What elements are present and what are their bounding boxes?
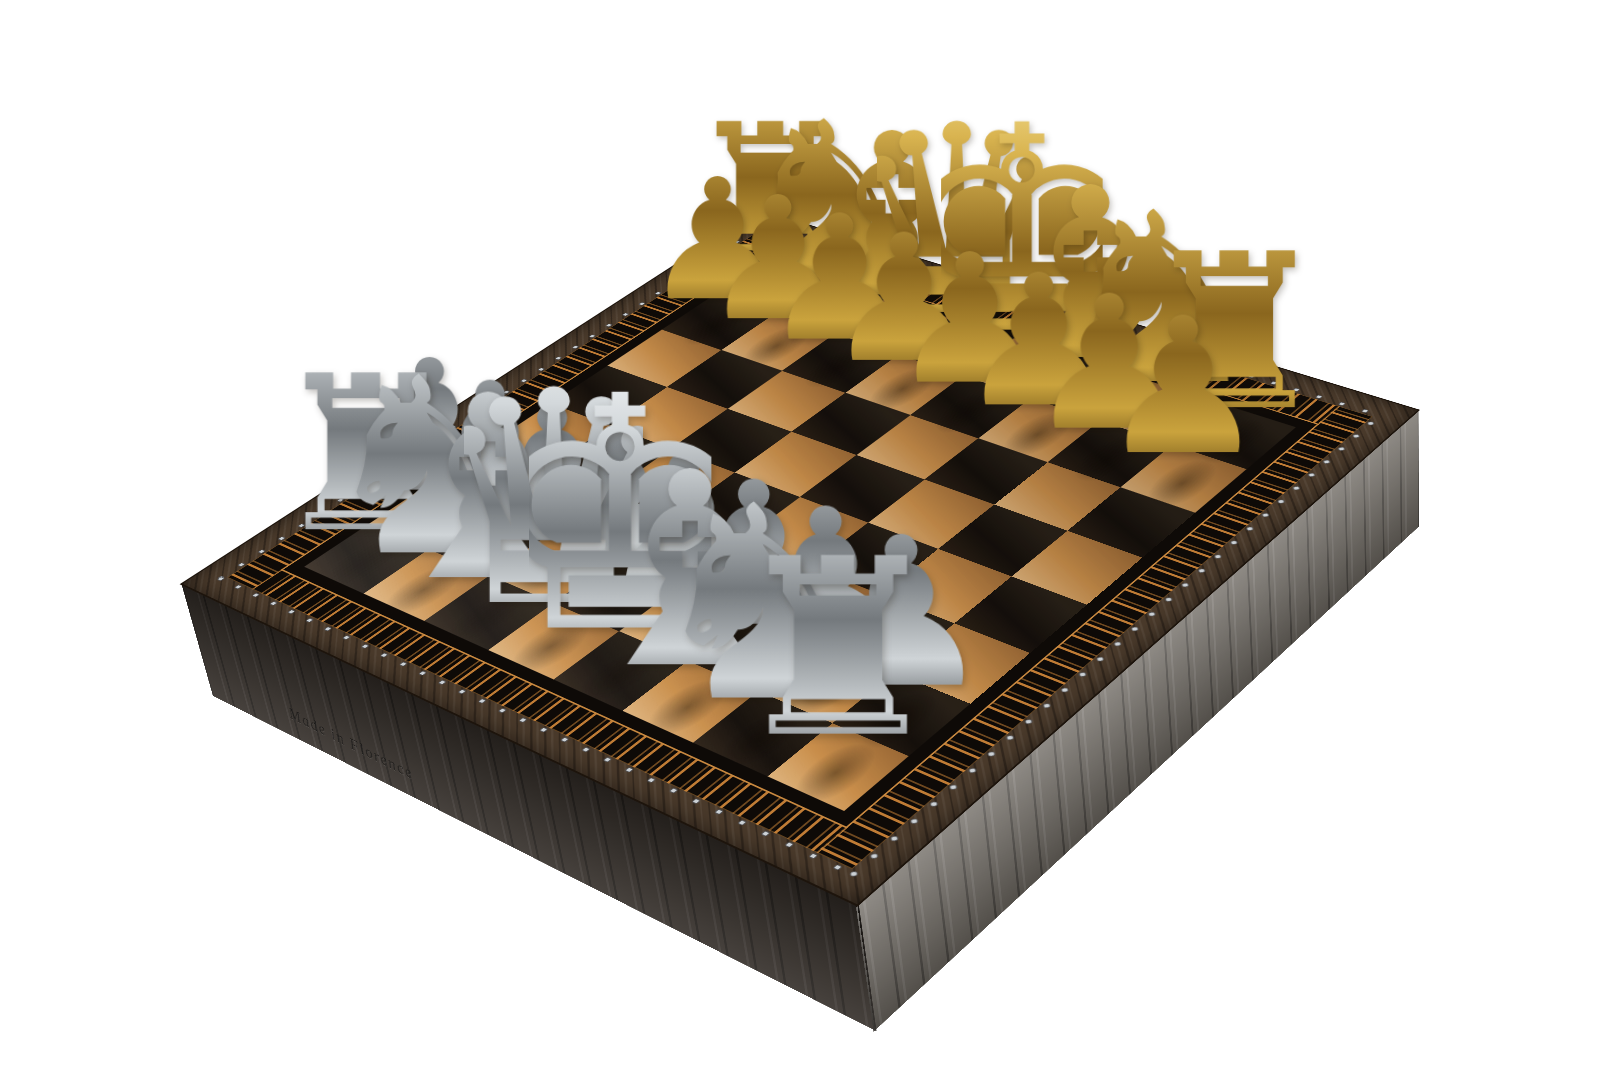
white-rook-h1[interactable]: ♜	[741, 401, 935, 766]
photo-canvas: ♜♟♟♜♞♟♟♞♝♟♟♝♛♟♟♛♚♟♟♚♝♟♟♝♞♟♟♞♜♟♟♜ Made in…	[0, 0, 1600, 1067]
chess-board-box: ♜♟♟♜♞♟♟♞♝♟♟♝♛♟♟♛♚♟♟♚♝♟♟♝♞♟♟♞♜♟♟♜ Made in…	[182, 211, 1417, 905]
black-pawn-h7[interactable]: ♟	[1097, 152, 1270, 478]
made-in-florence-emboss: Made in Florence	[286, 703, 415, 785]
